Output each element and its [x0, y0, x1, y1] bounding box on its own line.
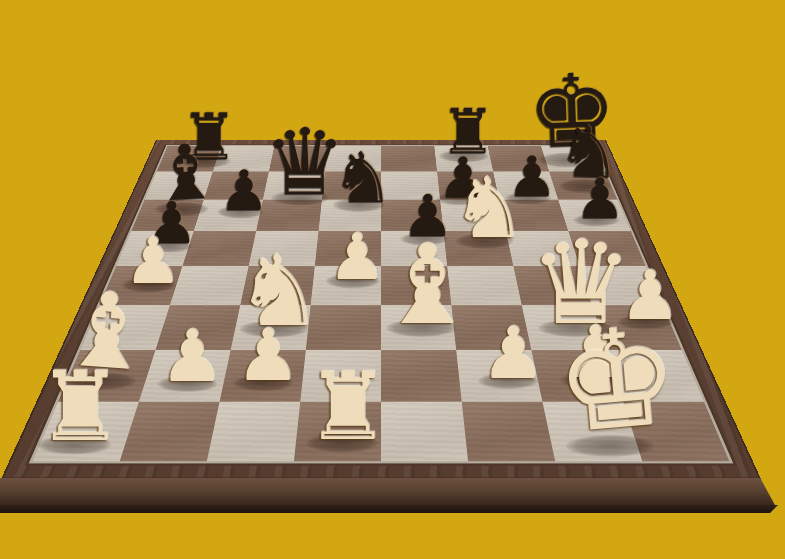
- square-e1[interactable]: [381, 402, 468, 462]
- square-c1[interactable]: [207, 402, 300, 462]
- board-bottom-rim: [0, 505, 778, 513]
- piece-white-rook-d1[interactable]: ♜: [306, 368, 390, 445]
- square-b1[interactable]: [120, 402, 220, 462]
- piece-white-rook-a1[interactable]: ♜: [37, 368, 123, 447]
- white-king-icon: ♚: [551, 320, 682, 442]
- board-front-edge: [0, 478, 776, 507]
- white-pawn-icon: ♟: [160, 327, 225, 386]
- square-f1[interactable]: [462, 402, 555, 462]
- piece-black-pawn-b7[interactable]: ♟: [219, 168, 269, 214]
- piece-white-king-g1[interactable]: ♚: [556, 312, 678, 448]
- piece-black-knight-d7[interactable]: ♞: [332, 150, 395, 207]
- white-rook-icon: ♜: [306, 368, 390, 445]
- white-bishop-icon: ♝: [378, 240, 477, 330]
- app-window: ♜♜♚♝♟♛♞♟♟♞♟♟♟♞♟♟♞♝♛♟♝♟♟♟♟♜♜♚: [0, 0, 785, 559]
- piece-white-pawn-f2[interactable]: ♟: [481, 324, 546, 383]
- black-pawn-icon: ♟: [219, 168, 269, 214]
- piece-white-pawn-b2[interactable]: ♟: [160, 327, 225, 386]
- white-pawn-icon: ♟: [236, 326, 301, 385]
- square-e2[interactable]: [381, 350, 462, 401]
- white-pawn-icon: ♟: [481, 324, 546, 383]
- black-knight-icon: ♞: [332, 150, 395, 207]
- piece-white-pawn-c2[interactable]: ♟: [236, 326, 301, 385]
- piece-white-bishop-e3[interactable]: ♝: [378, 240, 477, 330]
- white-rook-icon: ♜: [37, 368, 123, 447]
